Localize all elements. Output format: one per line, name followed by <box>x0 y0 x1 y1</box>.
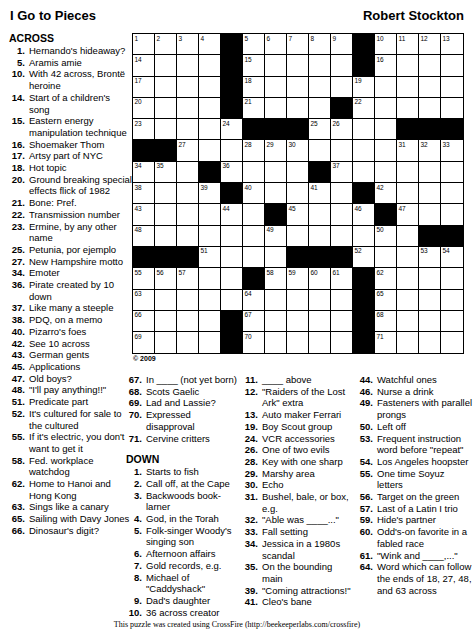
clue-text: Folk-singer Woody's singing son <box>146 525 237 548</box>
clue-number: 45. <box>5 361 29 373</box>
grid-cell-black <box>441 226 463 247</box>
clue-text: Pizarro's foes <box>29 326 132 338</box>
cell-number: 40 <box>245 184 252 191</box>
grid-cell[interactable]: 55 <box>133 268 155 289</box>
clue-item: 46.Nurse a drink <box>353 386 473 398</box>
grid-cell[interactable] <box>243 247 265 268</box>
grid-cell[interactable] <box>243 162 265 183</box>
grid-cell[interactable] <box>287 98 309 119</box>
cell-number: 13 <box>443 35 450 42</box>
clue-number: 61. <box>353 550 377 562</box>
grid-cell[interactable]: 53 <box>419 247 441 268</box>
grid-cell[interactable] <box>265 55 287 76</box>
grid-cell[interactable] <box>397 332 419 353</box>
clue-text: Jessica in a 1980s scandal <box>262 538 352 561</box>
grid-cell[interactable] <box>331 140 353 161</box>
grid-cell[interactable] <box>221 140 243 161</box>
grid-cell[interactable] <box>419 311 441 332</box>
clue-number: 5. <box>5 57 29 69</box>
grid-cell-black <box>353 311 375 332</box>
cell-number: 41 <box>311 184 318 191</box>
clue-number: 52. <box>5 408 29 420</box>
grid-cell[interactable] <box>441 311 463 332</box>
grid-cell[interactable] <box>221 290 243 311</box>
grid-cell[interactable]: 66 <box>133 311 155 332</box>
clue-text: "I'll pay anything!!" <box>29 384 132 396</box>
grid-cell[interactable] <box>199 98 221 119</box>
grid-cell[interactable] <box>309 290 331 311</box>
grid-cell[interactable]: 16 <box>375 55 397 76</box>
grid-cell[interactable]: 2 <box>155 34 177 55</box>
down-header: DOWN <box>122 452 237 466</box>
cell-number: 4 <box>201 35 205 42</box>
grid-cell[interactable] <box>441 290 463 311</box>
across-clues-part1: 1.Hernando's hideaway?5.Aramis amie10.Wi… <box>5 45 132 537</box>
grid-cell[interactable] <box>397 247 419 268</box>
grid-cell[interactable] <box>397 290 419 311</box>
grid-cell[interactable] <box>419 290 441 311</box>
clue-number: 15. <box>5 115 29 127</box>
grid-cell[interactable]: 38 <box>133 183 155 204</box>
grid-cell[interactable] <box>155 119 177 140</box>
grid-cell[interactable]: 56 <box>155 268 177 289</box>
grid-cell[interactable] <box>331 332 353 353</box>
cell-number: 38 <box>135 184 142 191</box>
cell-number: 23 <box>135 120 142 127</box>
grid-cell[interactable] <box>331 226 353 247</box>
grid-cell[interactable] <box>309 140 331 161</box>
cell-number: 65 <box>377 290 384 297</box>
cell-number: 24 <box>223 120 230 127</box>
grid-cell[interactable] <box>155 55 177 76</box>
grid-cell[interactable] <box>287 226 309 247</box>
clue-text: Watchful ones <box>377 374 473 386</box>
grid-cell[interactable] <box>287 55 309 76</box>
cell-number: 29 <box>267 141 274 148</box>
grid-cell[interactable]: 63 <box>133 290 155 311</box>
cell-number: 46 <box>355 205 362 212</box>
grid-cell[interactable]: 50 <box>375 226 397 247</box>
grid-cell[interactable] <box>441 55 463 76</box>
grid-cell[interactable] <box>155 290 177 311</box>
clue-text: Los Angeles hoopster <box>377 456 473 468</box>
clue-number: 1. <box>5 45 29 57</box>
grid-cell[interactable]: 19 <box>353 77 375 98</box>
grid-cell[interactable]: 34 <box>133 162 155 183</box>
grid-cell[interactable]: 21 <box>243 98 265 119</box>
grid-cell[interactable]: 11 <box>397 34 419 55</box>
grid-cell[interactable] <box>375 98 397 119</box>
grid-cell[interactable]: 5 <box>243 34 265 55</box>
grid-cell[interactable] <box>177 204 199 225</box>
grid-cell[interactable]: 9 <box>331 34 353 55</box>
grid-cell[interactable]: 67 <box>243 311 265 332</box>
clue-number: 47. <box>5 373 29 385</box>
cell-number: 44 <box>223 205 230 212</box>
grid-cell[interactable]: 71 <box>375 332 397 353</box>
grid-cell[interactable] <box>397 226 419 247</box>
copyright-notice: © 2009 <box>133 355 156 362</box>
grid-cell[interactable] <box>397 311 419 332</box>
clue-number: 4. <box>122 513 146 525</box>
grid-cell[interactable] <box>177 162 199 183</box>
grid-cell[interactable]: 46 <box>353 204 375 225</box>
clue-number: 56. <box>353 491 377 503</box>
clue-text: Auto maker Ferrari <box>262 409 352 421</box>
grid-cell[interactable]: 64 <box>243 290 265 311</box>
grid-cell[interactable] <box>199 268 221 289</box>
grid-cell[interactable] <box>331 55 353 76</box>
grid-cell[interactable] <box>221 268 243 289</box>
clue-text: "Coming attractions!" <box>262 585 352 597</box>
grid-cell[interactable] <box>199 119 221 140</box>
clue-item: 31.Bushel, bale, or box, e.g. <box>238 491 352 514</box>
grid-cell[interactable] <box>353 226 375 247</box>
grid-cell-black <box>309 247 331 268</box>
grid-cell[interactable] <box>287 290 309 311</box>
grid-cell[interactable]: 41 <box>309 183 331 204</box>
grid-cell[interactable] <box>243 226 265 247</box>
clue-text: Fall setting <box>262 526 352 538</box>
clue-number: 59. <box>353 514 377 526</box>
grid-cell[interactable]: 52 <box>353 247 375 268</box>
grid-cell[interactable]: 30 <box>287 140 309 161</box>
grid-cell[interactable]: 37 <box>331 162 353 183</box>
grid-cell[interactable]: 18 <box>243 77 265 98</box>
grid-cell[interactable] <box>419 268 441 289</box>
grid-cell[interactable] <box>265 98 287 119</box>
grid-cell[interactable] <box>441 77 463 98</box>
grid-cell[interactable]: 61 <box>331 268 353 289</box>
clue-text: In ____ (not yet born) <box>146 374 237 386</box>
clue-item: 38.PDQ, on a memo <box>5 314 132 326</box>
grid-cell[interactable] <box>177 311 199 332</box>
grid-cell[interactable] <box>177 226 199 247</box>
clue-text: Expressed disapproval <box>146 409 237 432</box>
grid-cell[interactable] <box>265 247 287 268</box>
clue-item: 6.Afternoon affairs <box>122 548 237 560</box>
grid-cell[interactable] <box>265 311 287 332</box>
grid-cell[interactable] <box>309 332 331 353</box>
grid-cell[interactable] <box>199 55 221 76</box>
grid-cell[interactable]: 29 <box>265 140 287 161</box>
grid-cell[interactable] <box>177 290 199 311</box>
grid-cell[interactable] <box>375 119 397 140</box>
cell-number: 32 <box>421 141 428 148</box>
grid-cell[interactable] <box>199 140 221 161</box>
clue-number: 3. <box>122 490 146 502</box>
grid-cell[interactable] <box>331 204 353 225</box>
clue-text: Cervine critters <box>146 433 237 445</box>
across-clues-part2: 67.In ____ (not yet born)68.Scots Gaelic… <box>122 374 237 444</box>
grid-cell[interactable] <box>397 98 419 119</box>
clue-item: 63.Sings like a canary <box>5 501 132 513</box>
clue-item: 1.Hernando's hideaway? <box>5 45 132 57</box>
clue-number: 66. <box>5 525 29 537</box>
grid-cell[interactable]: 14 <box>133 55 155 76</box>
clue-text: Fed. workplace watchdog <box>29 455 132 478</box>
grid-cell[interactable] <box>441 204 463 225</box>
grid-cell[interactable] <box>265 332 287 353</box>
clue-text: Ground breaking special effects flick of… <box>29 174 132 197</box>
clue-number: 12. <box>238 386 262 398</box>
grid-cell[interactable] <box>419 204 441 225</box>
grid-cell[interactable] <box>265 77 287 98</box>
clue-item: 34.Jessica in a 1980s scandal <box>238 538 352 561</box>
grid-cell[interactable] <box>375 247 397 268</box>
grid-cell[interactable]: 28 <box>243 140 265 161</box>
grid-cell[interactable] <box>265 290 287 311</box>
cell-number: 36 <box>223 162 230 169</box>
grid-cell[interactable]: 59 <box>287 268 309 289</box>
grid-cell[interactable] <box>155 77 177 98</box>
grid-cell[interactable]: 51 <box>199 247 221 268</box>
grid-cell[interactable] <box>199 332 221 353</box>
grid-cell[interactable] <box>221 247 243 268</box>
clue-text: "Wink and ____,..." <box>377 550 473 562</box>
grid-cell-black <box>287 119 309 140</box>
grid-cell[interactable] <box>177 98 199 119</box>
clue-item: 8.Michael of "Caddyshack" <box>122 572 237 595</box>
grid-cell[interactable]: 62 <box>375 268 397 289</box>
grid-cell[interactable] <box>309 77 331 98</box>
clue-text: Scots Gaelic <box>146 386 237 398</box>
clue-item: 49.Fasteners with parallel prongs <box>353 397 473 420</box>
clue-number: 51. <box>5 396 29 408</box>
cell-number: 33 <box>443 141 450 148</box>
grid-cell[interactable]: 31 <box>397 140 419 161</box>
grid-cell[interactable]: 36 <box>221 162 243 183</box>
clue-text: Bushel, bale, or box, e.g. <box>262 491 352 514</box>
grid-cell[interactable] <box>419 77 441 98</box>
grid-cell[interactable] <box>397 55 419 76</box>
grid-cell[interactable]: 35 <box>155 162 177 183</box>
grid-cell[interactable]: 22 <box>353 98 375 119</box>
clue-number: 6. <box>122 548 146 560</box>
grid-cell[interactable]: 24 <box>221 119 243 140</box>
clue-number: 34. <box>238 538 262 550</box>
grid-cell[interactable] <box>375 162 397 183</box>
grid-cell[interactable]: 60 <box>309 268 331 289</box>
clue-item: 17.Artsy part of NYC <box>5 150 132 162</box>
clue-item: 4.God, in the Torah <box>122 513 237 525</box>
grid-cell[interactable] <box>419 98 441 119</box>
clue-number: 20. <box>5 174 29 186</box>
grid-cell[interactable]: 49 <box>265 226 287 247</box>
grid-cell[interactable] <box>441 183 463 204</box>
cell-number: 51 <box>201 247 208 254</box>
grid-cell[interactable]: 44 <box>221 204 243 225</box>
grid-cell[interactable] <box>199 226 221 247</box>
clue-number: 8. <box>122 572 146 584</box>
cell-number: 22 <box>355 98 362 105</box>
grid-cell[interactable]: 70 <box>243 332 265 353</box>
clue-item: 19.Boy Scout group <box>238 421 352 433</box>
grid-cell[interactable]: 15 <box>243 55 265 76</box>
cell-number: 2 <box>157 35 161 42</box>
clue-number: 25. <box>5 244 29 256</box>
grid-cell-black <box>221 55 243 76</box>
grid-cell[interactable] <box>177 55 199 76</box>
grid-cell[interactable]: 57 <box>177 268 199 289</box>
grid-cell[interactable]: 47 <box>397 204 419 225</box>
cell-number: 48 <box>135 226 142 233</box>
clue-number: 24. <box>238 433 262 445</box>
grid-cell[interactable] <box>331 290 353 311</box>
grid-cell[interactable]: 43 <box>133 204 155 225</box>
grid-cell[interactable]: 17 <box>133 77 155 98</box>
grid-cell[interactable] <box>155 98 177 119</box>
clue-item: 59.Hide's partner <box>353 514 473 526</box>
cell-number: 55 <box>135 269 142 276</box>
grid-cell[interactable] <box>287 311 309 332</box>
cell-number: 45 <box>289 205 296 212</box>
down-clues-part1: 1.Starts to fish2.Call off, at the Cape3… <box>122 466 237 618</box>
grid-cell-black <box>353 183 375 204</box>
clue-item: 30.Echo <box>238 479 352 491</box>
grid-cell[interactable]: 33 <box>441 140 463 161</box>
clue-column-2: 67.In ____ (not yet born)68.Scots Gaelic… <box>122 374 237 618</box>
grid-cell[interactable]: 4 <box>199 34 221 55</box>
grid-cell[interactable] <box>309 98 331 119</box>
grid-cell[interactable]: 1 <box>133 34 155 55</box>
grid-cell[interactable]: 20 <box>133 98 155 119</box>
clue-item: 28.Key with one sharp <box>238 456 352 468</box>
grid-cell-black <box>221 77 243 98</box>
cell-number: 7 <box>289 35 293 42</box>
grid-cell[interactable] <box>199 77 221 98</box>
grid-cell[interactable]: 40 <box>243 183 265 204</box>
grid-cell[interactable] <box>199 290 221 311</box>
grid-cell[interactable]: 8 <box>309 34 331 55</box>
clue-number: 70. <box>122 409 146 421</box>
grid-cell[interactable] <box>353 119 375 140</box>
grid-cell[interactable]: 48 <box>133 226 155 247</box>
grid-cell[interactable]: 32 <box>419 140 441 161</box>
grid-cell[interactable] <box>353 140 375 161</box>
cell-number: 35 <box>157 162 164 169</box>
grid-cell[interactable] <box>177 183 199 204</box>
grid-cell[interactable] <box>177 332 199 353</box>
grid-cell[interactable] <box>155 204 177 225</box>
grid-cell[interactable] <box>221 226 243 247</box>
grid-cell[interactable] <box>199 311 221 332</box>
grid-cell[interactable] <box>397 162 419 183</box>
grid-cell-black <box>133 140 155 161</box>
clue-number: 53. <box>353 433 377 445</box>
grid-cell[interactable] <box>243 204 265 225</box>
grid-cell[interactable] <box>419 183 441 204</box>
grid-cell[interactable] <box>177 77 199 98</box>
grid-cell[interactable] <box>353 162 375 183</box>
grid-cell[interactable] <box>441 268 463 289</box>
grid-cell[interactable] <box>265 162 287 183</box>
clue-item: 34.Emoter <box>5 267 132 279</box>
grid-cell[interactable]: 3 <box>177 34 199 55</box>
clue-number: 65. <box>5 513 29 525</box>
grid-cell[interactable]: 26 <box>331 119 353 140</box>
grid-cell[interactable] <box>155 183 177 204</box>
grid-cell[interactable] <box>397 77 419 98</box>
grid-cell[interactable] <box>177 119 199 140</box>
grid-cell[interactable] <box>309 226 331 247</box>
clue-text: Hernando's hideaway? <box>29 45 132 57</box>
clue-item: 35.On the bounding main <box>238 561 352 584</box>
grid-cell[interactable]: 10 <box>375 34 397 55</box>
grid-cell[interactable]: 25 <box>309 119 331 140</box>
grid-cell[interactable] <box>309 55 331 76</box>
grid-cell[interactable] <box>375 77 397 98</box>
clue-item: 16.Shoemaker Thom <box>5 139 132 151</box>
clue-item: 5.Folk-singer Woody's singing son <box>122 525 237 548</box>
grid-cell[interactable] <box>441 98 463 119</box>
grid-cell[interactable] <box>375 140 397 161</box>
grid-cell[interactable] <box>419 332 441 353</box>
grid-cell[interactable] <box>331 77 353 98</box>
grid-cell[interactable] <box>287 332 309 353</box>
clue-text: Key with one sharp <box>262 456 352 468</box>
grid-cell[interactable]: 39 <box>199 183 221 204</box>
grid-cell[interactable]: 69 <box>133 332 155 353</box>
clue-text: It's cultured for sale to the cultured <box>29 408 132 431</box>
grid-cell[interactable]: 68 <box>375 311 397 332</box>
grid-cell[interactable] <box>441 332 463 353</box>
grid-cell[interactable] <box>265 183 287 204</box>
grid-cell[interactable] <box>155 311 177 332</box>
grid-cell[interactable] <box>419 162 441 183</box>
grid-cell[interactable] <box>331 311 353 332</box>
grid-cell[interactable] <box>331 183 353 204</box>
grid-cell[interactable]: 7 <box>287 34 309 55</box>
grid-cell-black <box>155 140 177 161</box>
clue-item: 71.Cervine critters <box>122 433 237 445</box>
grid-cell[interactable] <box>287 162 309 183</box>
grid-cell[interactable]: 54 <box>441 247 463 268</box>
grid-cell[interactable] <box>199 204 221 225</box>
clue-column-1: ACROSS 1.Hernando's hideaway?5.Aramis am… <box>5 31 132 537</box>
grid-cell[interactable] <box>419 55 441 76</box>
grid-cell[interactable] <box>441 162 463 183</box>
cell-number: 27 <box>179 141 186 148</box>
grid-cell[interactable]: 65 <box>375 290 397 311</box>
clue-text: ____ above <box>262 374 352 386</box>
grid-cell[interactable] <box>155 332 177 353</box>
clue-number: 14. <box>5 92 29 104</box>
clue-item: 36.Pirate created by 10 down <box>5 279 132 302</box>
clue-text: Transmission number <box>29 209 132 221</box>
grid-cell[interactable] <box>287 183 309 204</box>
grid-cell[interactable]: 45 <box>287 204 309 225</box>
grid-cell[interactable]: 13 <box>441 34 463 55</box>
grid-cell[interactable]: 27 <box>177 140 199 161</box>
grid-cell[interactable]: 23 <box>133 119 155 140</box>
cell-number: 19 <box>355 77 362 84</box>
grid-cell[interactable]: 6 <box>265 34 287 55</box>
grid-cell[interactable]: 42 <box>375 183 397 204</box>
grid-cell[interactable] <box>287 77 309 98</box>
clue-number: 2. <box>122 478 146 490</box>
grid-cell[interactable] <box>397 268 419 289</box>
cell-number: 39 <box>201 184 208 191</box>
grid-cell[interactable] <box>155 226 177 247</box>
grid-cell[interactable] <box>309 204 331 225</box>
grid-cell[interactable] <box>309 311 331 332</box>
clue-number: 36. <box>5 279 29 291</box>
grid-cell[interactable]: 12 <box>419 34 441 55</box>
grid-cell[interactable]: 58 <box>265 268 287 289</box>
clue-item: 70.Expressed disapproval <box>122 409 237 432</box>
grid-cell[interactable] <box>397 183 419 204</box>
